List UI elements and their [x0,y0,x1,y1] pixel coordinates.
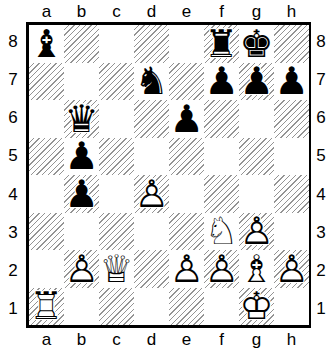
rank-label-6: 6 [0,99,26,137]
white-pawn-silhouette: ♟ [274,250,309,288]
square-d2[interactable] [134,250,169,288]
square-f8[interactable]: ♜♜ [204,25,239,63]
square-f6[interactable] [204,100,239,138]
square-b3[interactable] [64,213,99,251]
square-e1[interactable] [169,288,204,326]
square-b1[interactable] [64,288,99,326]
square-h7[interactable]: ♟♟ [274,63,309,101]
file-label-d: d [134,328,169,352]
white-pawn: ♙ [274,250,309,288]
file-label-f: f [204,328,239,352]
black-bishop: ♝ [29,25,64,63]
file-label-d: d [134,0,169,22]
black-pawn: ♟ [239,63,274,101]
black-pawn-silhouette: ♟ [274,63,309,101]
rank-label-3: 3 [311,213,331,251]
black-pawn: ♟ [274,63,309,101]
black-pawn: ♟ [204,63,239,101]
square-b2[interactable]: ♟♙ [64,250,99,288]
chess-board: ♝♝♜♜♚♚♞♞♟♟♟♟♟♟♛♛♟♟♟♟♟♟♟♙♞♘♟♙♟♙♛♕♟♙♟♙♝♗♟♙… [26,22,311,328]
black-bishop-silhouette: ♝ [29,25,64,63]
black-pawn: ♟ [64,138,99,176]
black-king: ♚ [239,25,274,63]
rank-label-4: 4 [311,175,331,213]
file-label-a: a [29,0,64,22]
file-label-a: a [29,328,64,352]
square-h8[interactable] [274,25,309,63]
square-f7[interactable]: ♟♟ [204,63,239,101]
square-g8[interactable]: ♚♚ [239,25,274,63]
square-d3[interactable] [134,213,169,251]
white-bishop-silhouette: ♝ [239,250,274,288]
black-rook-silhouette: ♜ [204,25,239,63]
square-g5[interactable] [239,138,274,176]
white-king-silhouette: ♚ [239,288,274,326]
square-d1[interactable] [134,288,169,326]
white-bishop: ♗ [239,250,274,288]
black-knight-silhouette: ♞ [134,63,169,101]
black-pawn-silhouette: ♟ [204,63,239,101]
square-c6[interactable] [99,100,134,138]
square-g6[interactable] [239,100,274,138]
chess-diagram: abcdefgh 87654321 ♝♝♜♜♚♚♞♞♟♟♟♟♟♟♛♛♟♟♟♟♟♟… [0,0,331,352]
white-pawn: ♙ [64,250,99,288]
white-king: ♔ [239,288,274,326]
rank-label-7: 7 [311,60,331,98]
square-a8[interactable]: ♝♝ [29,25,64,63]
file-label-b: b [64,0,99,22]
white-knight-silhouette: ♞ [204,213,239,251]
square-f2[interactable]: ♟♙ [204,250,239,288]
white-pawn-silhouette: ♟ [169,250,204,288]
file-labels-bottom: abcdefgh [0,328,331,352]
file-label-g: g [239,328,274,352]
file-label-e: e [169,328,204,352]
square-h4[interactable] [274,175,309,213]
square-d6[interactable] [134,100,169,138]
white-queen: ♕ [99,250,134,288]
rank-label-5: 5 [0,137,26,175]
square-b4[interactable]: ♟♟ [64,175,99,213]
square-g1[interactable]: ♚♔ [239,288,274,326]
square-a5[interactable] [29,138,64,176]
square-c3[interactable] [99,213,134,251]
white-pawn-silhouette: ♟ [64,250,99,288]
square-g7[interactable]: ♟♟ [239,63,274,101]
square-c8[interactable] [99,25,134,63]
rank-label-6: 6 [311,99,331,137]
rank-label-2: 2 [0,252,26,290]
square-a3[interactable] [29,213,64,251]
white-rook: ♖ [29,288,64,326]
white-knight: ♘ [204,213,239,251]
white-queen-silhouette: ♛ [99,250,134,288]
square-a1[interactable]: ♜♖ [29,288,64,326]
square-f4[interactable] [204,175,239,213]
square-f5[interactable] [204,138,239,176]
black-pawn-silhouette: ♟ [169,100,204,138]
square-h1[interactable] [274,288,309,326]
file-label-c: c [99,328,134,352]
square-e4[interactable] [169,175,204,213]
square-g2[interactable]: ♝♗ [239,250,274,288]
rank-label-2: 2 [311,252,331,290]
white-rook-silhouette: ♜ [29,288,64,326]
square-b7[interactable] [64,63,99,101]
square-a2[interactable] [29,250,64,288]
rank-label-8: 8 [0,22,26,60]
square-g3[interactable]: ♟♙ [239,213,274,251]
white-pawn-silhouette: ♟ [134,175,169,213]
file-label-h: h [274,0,309,22]
white-pawn: ♙ [134,175,169,213]
file-label-f: f [204,0,239,22]
square-e8[interactable] [169,25,204,63]
square-a7[interactable] [29,63,64,101]
square-h3[interactable] [274,213,309,251]
square-h5[interactable] [274,138,309,176]
square-c7[interactable] [99,63,134,101]
black-king-silhouette: ♚ [239,25,274,63]
square-e5[interactable] [169,138,204,176]
rank-labels-right: 87654321 [311,22,331,328]
file-label-b: b [64,328,99,352]
square-g4[interactable] [239,175,274,213]
square-d4[interactable]: ♟♙ [134,175,169,213]
rank-label-7: 7 [0,60,26,98]
square-c1[interactable] [99,288,134,326]
white-pawn: ♙ [239,213,274,251]
rank-label-3: 3 [0,213,26,251]
square-b5[interactable]: ♟♟ [64,138,99,176]
square-d8[interactable] [134,25,169,63]
black-pawn: ♟ [64,175,99,213]
square-f1[interactable] [204,288,239,326]
board-middle-row: 87654321 ♝♝♜♜♚♚♞♞♟♟♟♟♟♟♛♛♟♟♟♟♟♟♟♙♞♘♟♙♟♙♛… [0,22,331,328]
file-label-c: c [99,0,134,22]
square-e7[interactable] [169,63,204,101]
white-pawn-silhouette: ♟ [204,250,239,288]
rank-label-4: 4 [0,175,26,213]
black-pawn-silhouette: ♟ [239,63,274,101]
file-label-g: g [239,0,274,22]
black-queen-silhouette: ♛ [64,100,99,138]
square-c4[interactable] [99,175,134,213]
white-pawn-silhouette: ♟ [239,213,274,251]
file-label-h: h [274,328,309,352]
black-pawn-silhouette: ♟ [64,175,99,213]
square-h2[interactable]: ♟♙ [274,250,309,288]
square-e3[interactable] [169,213,204,251]
square-d5[interactable] [134,138,169,176]
file-labels-top: abcdefgh [0,0,331,22]
square-a6[interactable] [29,100,64,138]
rank-label-8: 8 [311,22,331,60]
square-b8[interactable] [64,25,99,63]
black-pawn-silhouette: ♟ [64,138,99,176]
square-b6[interactable]: ♛♛ [64,100,99,138]
square-f3[interactable]: ♞♘ [204,213,239,251]
square-a4[interactable] [29,175,64,213]
square-c5[interactable] [99,138,134,176]
square-e6[interactable]: ♟♟ [169,100,204,138]
square-d7[interactable]: ♞♞ [134,63,169,101]
file-label-e: e [169,0,204,22]
rank-label-1: 1 [0,290,26,328]
white-pawn: ♙ [169,250,204,288]
rank-labels-left: 87654321 [0,22,26,328]
square-c2[interactable]: ♛♕ [99,250,134,288]
black-queen: ♛ [64,100,99,138]
square-e2[interactable]: ♟♙ [169,250,204,288]
white-pawn: ♙ [204,250,239,288]
square-h6[interactable] [274,100,309,138]
black-knight: ♞ [134,63,169,101]
black-rook: ♜ [204,25,239,63]
rank-label-1: 1 [311,290,331,328]
rank-label-5: 5 [311,137,331,175]
black-pawn: ♟ [169,100,204,138]
